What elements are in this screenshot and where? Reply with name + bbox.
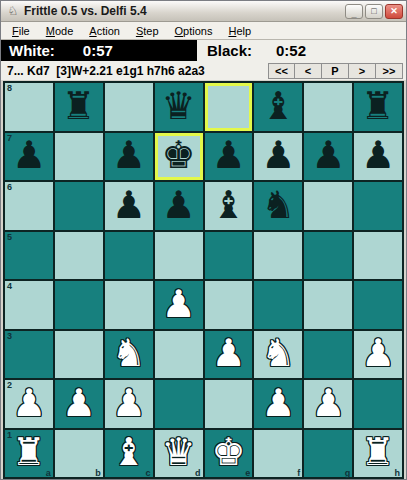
square-a5[interactable]: 5	[5, 232, 53, 280]
square-a1[interactable]: 1a♜	[5, 430, 53, 478]
square-c3[interactable]: ♞	[105, 331, 153, 379]
piece-wp-d4[interactable]: ♟	[162, 285, 196, 323]
square-h2[interactable]	[354, 380, 402, 428]
menu-mode[interactable]: Mode	[39, 24, 81, 38]
piece-bn-f6[interactable]: ♞	[261, 186, 295, 224]
file-label-c: c	[146, 468, 151, 478]
square-b3[interactable]	[55, 331, 103, 379]
square-h4[interactable]	[354, 281, 402, 329]
square-h5[interactable]	[354, 232, 402, 280]
piece-bp-f7[interactable]: ♟	[261, 136, 295, 174]
close-button[interactable]: ✕	[385, 4, 403, 19]
rank-label-6: 6	[7, 182, 12, 192]
square-h7[interactable]: ♟	[354, 133, 402, 181]
black-clock-label: Black:	[207, 42, 252, 59]
square-d6[interactable]: ♟	[155, 182, 203, 230]
window-title: Frittle 0.5 vs. Delfi 5.4	[24, 4, 345, 18]
square-c1[interactable]: c♝	[105, 430, 153, 478]
square-f1[interactable]: f	[254, 430, 302, 478]
square-g8[interactable]	[304, 83, 352, 131]
white-clock: White: 0:57	[1, 40, 197, 61]
piece-bp-c7[interactable]: ♟	[112, 136, 146, 174]
white-clock-time: 0:57	[83, 42, 113, 59]
square-h3[interactable]: ♟	[354, 331, 402, 379]
piece-br-b8[interactable]: ♜	[62, 87, 96, 125]
square-e3[interactable]: ♟	[205, 331, 253, 379]
piece-wp-a2[interactable]: ♟	[12, 384, 46, 422]
move-navigation: <<<P>>>	[268, 63, 403, 79]
piece-bb-f8[interactable]: ♝	[261, 87, 295, 125]
piece-wr-h1[interactable]: ♜	[361, 433, 395, 471]
square-d2[interactable]	[155, 380, 203, 428]
square-f4[interactable]	[254, 281, 302, 329]
white-clock-label: White:	[9, 42, 55, 59]
square-f7[interactable]: ♟	[254, 133, 302, 181]
square-g2[interactable]: ♟	[304, 380, 352, 428]
square-g5[interactable]	[304, 232, 352, 280]
rank-label-3: 3	[7, 331, 12, 341]
piece-wr-a1[interactable]: ♜	[12, 433, 46, 471]
square-g4[interactable]	[304, 281, 352, 329]
menu-file[interactable]: File	[5, 24, 37, 38]
rank-label-5: 5	[7, 232, 12, 242]
square-b7[interactable]	[55, 133, 103, 181]
piece-bp-e7[interactable]: ♟	[211, 136, 245, 174]
square-b6[interactable]	[55, 182, 103, 230]
menu-bar: FileModeActionStepOptionsHelp	[1, 22, 406, 40]
square-c6[interactable]: ♟	[105, 182, 153, 230]
square-e7[interactable]: ♟	[205, 133, 253, 181]
piece-wp-h3[interactable]: ♟	[361, 334, 395, 372]
piece-bp-a7[interactable]: ♟	[12, 136, 46, 174]
square-b2[interactable]: ♟	[55, 380, 103, 428]
square-b5[interactable]	[55, 232, 103, 280]
engine-status-text: 7... Kd7 [3]W+2.21 e1g1 h7h6 a2a3	[7, 64, 205, 78]
maximize-button[interactable]: □	[365, 4, 383, 19]
square-f8[interactable]: ♝	[254, 83, 302, 131]
file-label-h: h	[395, 468, 401, 478]
square-d1[interactable]: d♛	[155, 430, 203, 478]
piece-wb-c1[interactable]: ♝	[112, 433, 146, 471]
rank-label-4: 4	[7, 281, 12, 291]
square-g3[interactable]	[304, 331, 352, 379]
piece-bq-d8[interactable]: ♛	[162, 87, 196, 125]
square-h1[interactable]: h♜	[354, 430, 402, 478]
piece-wp-b2[interactable]: ♟	[62, 384, 96, 422]
piece-wn-c3[interactable]: ♞	[112, 334, 146, 372]
file-label-b: b	[95, 468, 101, 478]
square-e8[interactable]	[205, 83, 253, 131]
status-row: 7... Kd7 [3]W+2.21 e1g1 h7h6 a2a3 <<<P>>…	[1, 61, 406, 80]
square-c2[interactable]: ♟	[105, 380, 153, 428]
square-g6[interactable]	[304, 182, 352, 230]
square-a6[interactable]: 6	[5, 182, 53, 230]
piece-bk-d7[interactable]: ♚	[162, 136, 196, 174]
square-b1[interactable]: b	[55, 430, 103, 478]
square-c7[interactable]: ♟	[105, 133, 153, 181]
file-label-g: g	[345, 468, 351, 478]
square-b4[interactable]	[55, 281, 103, 329]
clock-row: White: 0:57 Black: 0:52	[1, 40, 406, 61]
square-a7[interactable]: 7♟	[5, 133, 53, 181]
square-e5[interactable]	[205, 232, 253, 280]
piece-bp-g7[interactable]: ♟	[311, 136, 345, 174]
square-a4[interactable]: 4	[5, 281, 53, 329]
piece-wp-e3[interactable]: ♟	[211, 334, 245, 372]
square-c8[interactable]	[105, 83, 153, 131]
menu-options[interactable]: Options	[168, 24, 220, 38]
board-frame: 8♜♛♝♜7♟♟♚♟♟♟♟6♟♟♝♞54♟3♞♟♞♟2♟♟♟♟♟1a♜bc♝d♛…	[1, 80, 406, 479]
knight-app-icon: ♘	[6, 4, 20, 18]
piece-wk-e1[interactable]: ♚	[211, 433, 245, 471]
rank-label-8: 8	[7, 83, 12, 93]
square-f2[interactable]: ♟	[254, 380, 302, 428]
square-h6[interactable]	[354, 182, 402, 230]
square-e1[interactable]: e♚	[205, 430, 253, 478]
file-label-f: f	[297, 468, 300, 478]
piece-bp-c6[interactable]: ♟	[112, 186, 146, 224]
pause-button[interactable]: P	[322, 63, 349, 79]
square-a8[interactable]: 8	[5, 83, 53, 131]
rewind-to-start-button[interactable]: <<	[268, 63, 295, 79]
piece-wp-g2[interactable]: ♟	[311, 384, 345, 422]
piece-bp-d6[interactable]: ♟	[162, 186, 196, 224]
square-d3[interactable]	[155, 331, 203, 379]
piece-bp-h7[interactable]: ♟	[361, 136, 395, 174]
square-f6[interactable]: ♞	[254, 182, 302, 230]
file-label-e: e	[245, 468, 250, 478]
title-bar[interactable]: ♘ Frittle 0.5 vs. Delfi 5.4 _ □ ✕	[1, 1, 406, 22]
black-clock: Black: 0:52	[197, 40, 306, 61]
square-d4[interactable]: ♟	[155, 281, 203, 329]
menu-step[interactable]: Step	[129, 24, 166, 38]
minimize-button[interactable]: _	[345, 4, 363, 19]
square-a3[interactable]: 3	[5, 331, 53, 379]
square-e6[interactable]: ♝	[205, 182, 253, 230]
piece-br-h8[interactable]: ♜	[361, 87, 395, 125]
square-c4[interactable]	[105, 281, 153, 329]
square-f3[interactable]: ♞	[254, 331, 302, 379]
step-forward-button[interactable]: >	[349, 63, 376, 79]
step-back-button[interactable]: <	[295, 63, 322, 79]
piece-wn-f3[interactable]: ♞	[261, 334, 295, 372]
piece-wp-f2[interactable]: ♟	[261, 384, 295, 422]
square-a2[interactable]: 2♟	[5, 380, 53, 428]
menu-help[interactable]: Help	[221, 24, 258, 38]
chess-board: 8♜♛♝♜7♟♟♚♟♟♟♟6♟♟♝♞54♟3♞♟♞♟2♟♟♟♟♟1a♜bc♝d♛…	[3, 81, 404, 479]
square-g7[interactable]: ♟	[304, 133, 352, 181]
piece-wp-c2[interactable]: ♟	[112, 384, 146, 422]
piece-wq-d1[interactable]: ♛	[162, 433, 196, 471]
square-e2[interactable]	[205, 380, 253, 428]
square-d8[interactable]: ♛	[155, 83, 203, 131]
square-d5[interactable]	[155, 232, 203, 280]
square-g1[interactable]: g	[304, 430, 352, 478]
square-e4[interactable]	[205, 281, 253, 329]
file-label-d: d	[195, 468, 201, 478]
square-h8[interactable]: ♜	[354, 83, 402, 131]
square-d7[interactable]: ♚	[155, 133, 203, 181]
piece-bb-e6[interactable]: ♝	[211, 186, 245, 224]
app-window: ♘ Frittle 0.5 vs. Delfi 5.4 _ □ ✕ FileMo…	[0, 0, 407, 480]
black-clock-time: 0:52	[276, 42, 306, 59]
square-b8[interactable]: ♜	[55, 83, 103, 131]
forward-to-end-button[interactable]: >>	[376, 63, 403, 79]
menu-action[interactable]: Action	[82, 24, 127, 38]
file-label-a: a	[46, 468, 51, 478]
square-f5[interactable]	[254, 232, 302, 280]
square-c5[interactable]	[105, 232, 153, 280]
